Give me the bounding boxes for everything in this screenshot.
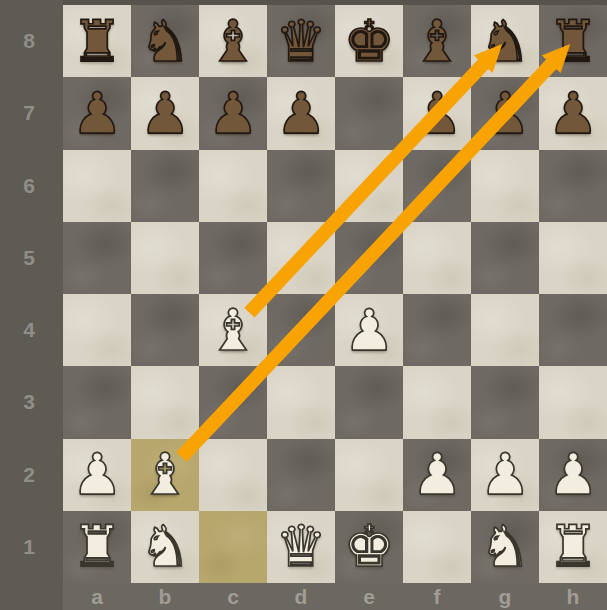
square-g6[interactable]	[471, 150, 539, 222]
piece-black-pawn-g7[interactable]: ♟	[471, 77, 539, 149]
square-f4[interactable]	[403, 294, 471, 366]
square-d6[interactable]	[267, 150, 335, 222]
square-g5[interactable]	[471, 222, 539, 294]
piece-white-pawn-a2[interactable]: ♟	[63, 439, 131, 511]
piece-white-pawn-h2[interactable]: ♟	[539, 439, 607, 511]
square-e5[interactable]	[335, 222, 403, 294]
piece-white-pawn-f2[interactable]: ♟	[403, 439, 471, 511]
square-d3[interactable]	[267, 366, 335, 438]
rank-label-4: 4	[0, 294, 58, 366]
square-h6[interactable]	[539, 150, 607, 222]
square-d5[interactable]	[267, 222, 335, 294]
piece-black-pawn-c7[interactable]: ♟	[199, 77, 267, 149]
piece-white-bishop-b2[interactable]: ♝	[131, 439, 199, 511]
piece-white-knight-b1[interactable]: ♞	[131, 511, 199, 583]
piece-black-pawn-a7[interactable]: ♟	[63, 77, 131, 149]
square-c2[interactable]	[199, 439, 267, 511]
square-a3[interactable]	[63, 366, 131, 438]
square-e3[interactable]	[335, 366, 403, 438]
file-label-e: e	[335, 583, 403, 610]
piece-black-rook-h8[interactable]: ♜	[539, 5, 607, 77]
rank-label-2: 2	[0, 439, 58, 511]
piece-white-pawn-g2[interactable]: ♟	[471, 439, 539, 511]
rank-label-3: 3	[0, 366, 58, 438]
square-a6[interactable]	[63, 150, 131, 222]
square-f3[interactable]	[403, 366, 471, 438]
piece-black-knight-g8[interactable]: ♞	[471, 5, 539, 77]
rank-label-6: 6	[0, 150, 58, 222]
square-c1[interactable]	[199, 511, 267, 583]
rank-label-1: 1	[0, 511, 58, 583]
square-a4[interactable]	[63, 294, 131, 366]
square-f6[interactable]	[403, 150, 471, 222]
square-h3[interactable]	[539, 366, 607, 438]
piece-black-knight-b8[interactable]: ♞	[131, 5, 199, 77]
square-f5[interactable]	[403, 222, 471, 294]
square-b6[interactable]	[131, 150, 199, 222]
piece-black-pawn-h7[interactable]: ♟	[539, 77, 607, 149]
square-b3[interactable]	[131, 366, 199, 438]
square-c6[interactable]	[199, 150, 267, 222]
square-a5[interactable]	[63, 222, 131, 294]
piece-black-pawn-b7[interactable]: ♟	[131, 77, 199, 149]
piece-black-queen-d8[interactable]: ♛	[267, 5, 335, 77]
square-e7[interactable]	[335, 77, 403, 149]
square-g4[interactable]	[471, 294, 539, 366]
piece-white-bishop-c4[interactable]: ♝	[199, 294, 267, 366]
square-f1[interactable]	[403, 511, 471, 583]
file-label-c: c	[199, 583, 267, 610]
file-label-g: g	[471, 583, 539, 610]
rank-label-7: 7	[0, 77, 58, 149]
square-b5[interactable]	[131, 222, 199, 294]
file-labels: abcdefgh	[63, 583, 607, 610]
file-label-a: a	[63, 583, 131, 610]
rank-labels: 87654321	[0, 5, 58, 583]
piece-black-pawn-d7[interactable]: ♟	[267, 77, 335, 149]
square-d4[interactable]	[267, 294, 335, 366]
rank-label-5: 5	[0, 222, 58, 294]
square-h5[interactable]	[539, 222, 607, 294]
piece-black-rook-a8[interactable]: ♜	[63, 5, 131, 77]
square-e6[interactable]	[335, 150, 403, 222]
file-label-h: h	[539, 583, 607, 610]
piece-black-bishop-f8[interactable]: ♝	[403, 5, 471, 77]
piece-black-king-e8[interactable]: ♚	[335, 5, 403, 77]
file-label-b: b	[131, 583, 199, 610]
piece-white-king-e1[interactable]: ♚	[335, 511, 403, 583]
square-e2[interactable]	[335, 439, 403, 511]
piece-white-rook-a1[interactable]: ♜	[63, 511, 131, 583]
piece-black-pawn-f7[interactable]: ♟	[403, 77, 471, 149]
chess-analysis-board: ♜♞♝♛♚♝♞♜♟♟♟♟♟♟♟♝♟♟♝♟♟♟♜♞♛♚♞♜ 87654321 ab…	[0, 0, 607, 610]
piece-white-queen-d1[interactable]: ♛	[267, 511, 335, 583]
square-g3[interactable]	[471, 366, 539, 438]
piece-black-bishop-c8[interactable]: ♝	[199, 5, 267, 77]
file-label-d: d	[267, 583, 335, 610]
square-b4[interactable]	[131, 294, 199, 366]
square-d2[interactable]	[267, 439, 335, 511]
piece-white-rook-h1[interactable]: ♜	[539, 511, 607, 583]
square-c3[interactable]	[199, 366, 267, 438]
piece-white-knight-g1[interactable]: ♞	[471, 511, 539, 583]
square-h4[interactable]	[539, 294, 607, 366]
rank-label-8: 8	[0, 5, 58, 77]
piece-white-pawn-e4[interactable]: ♟	[335, 294, 403, 366]
file-label-f: f	[403, 583, 471, 610]
square-c5[interactable]	[199, 222, 267, 294]
